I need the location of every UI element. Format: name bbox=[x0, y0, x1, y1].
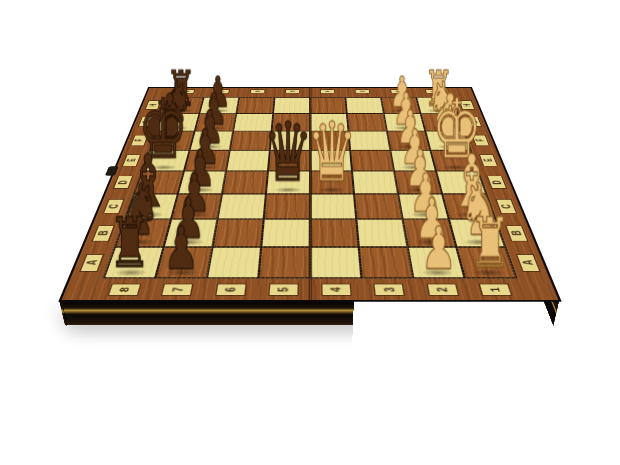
piece-light-rook: ♜ bbox=[469, 209, 511, 278]
square-a3 bbox=[360, 248, 412, 278]
coord-label: 1 bbox=[466, 281, 524, 298]
square-c3 bbox=[355, 194, 401, 218]
coord-label: 4 bbox=[310, 281, 364, 298]
square-a6 bbox=[208, 248, 260, 278]
coord-label: 7 bbox=[149, 281, 206, 298]
coord-label: 6 bbox=[203, 281, 258, 298]
coord-label: 5 bbox=[256, 281, 310, 298]
square-b3 bbox=[357, 220, 406, 247]
coord-label: 3 bbox=[362, 281, 417, 298]
square-a5 bbox=[260, 248, 309, 278]
square-d6 bbox=[223, 172, 267, 194]
square-c5 bbox=[265, 194, 309, 218]
square-b5 bbox=[262, 220, 308, 247]
piece-dark-queen: ♛ bbox=[263, 112, 313, 194]
square-d3 bbox=[353, 172, 397, 194]
square-a1: ♜ bbox=[458, 248, 515, 278]
coord-label: 6 bbox=[239, 89, 275, 94]
piece-light-queen: ♛ bbox=[307, 112, 357, 194]
chess-board: ♜♟♟♜♞♟♟♞♝♟♟♝♚♟♟♚♟♛♛♟♝♟♟♝♞♟♟♞♜♟♟♜ 8765432… bbox=[62, 88, 559, 300]
square-d4: ♛ bbox=[311, 172, 353, 194]
square-c6 bbox=[219, 194, 265, 218]
square-b4 bbox=[311, 220, 357, 247]
square-c4 bbox=[311, 194, 355, 218]
coord-label: 4 bbox=[310, 89, 345, 94]
square-a2: ♟ bbox=[409, 248, 463, 278]
board-perspective: ♜♟♟♜♞♟♟♞♝♟♟♝♚♟♟♚♟♛♛♟♝♟♟♝♞♟♟♞♜♟♟♜ 8765432… bbox=[0, 0, 620, 465]
square-b6 bbox=[214, 220, 263, 247]
square-a8: ♜ bbox=[105, 248, 162, 278]
piece-light-pawn: ♟ bbox=[421, 218, 457, 277]
square-e3 bbox=[351, 151, 393, 171]
piece-dark-rook: ♜ bbox=[109, 209, 151, 278]
product-photo-scene: ♜♟♟♜♞♟♟♞♝♟♟♝♚♟♟♚♟♛♛♟♝♟♟♝♞♟♟♞♜♟♟♜ 8765432… bbox=[0, 0, 620, 465]
piece-dark-pawn: ♟ bbox=[163, 218, 199, 277]
square-d5: ♛ bbox=[267, 172, 309, 194]
square-a4 bbox=[311, 248, 360, 278]
coord-label: 2 bbox=[414, 281, 471, 298]
coord-label: 3 bbox=[345, 89, 381, 94]
coord-label: 5 bbox=[275, 89, 310, 94]
coord-label: 8 bbox=[95, 281, 153, 298]
square-a7: ♟ bbox=[157, 248, 211, 278]
board-edge-front bbox=[59, 300, 561, 325]
